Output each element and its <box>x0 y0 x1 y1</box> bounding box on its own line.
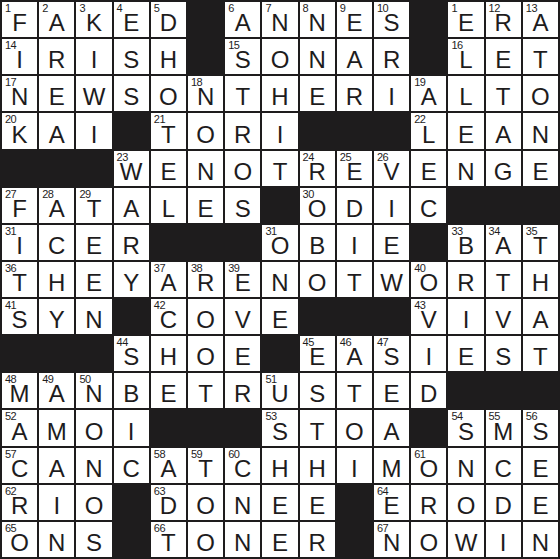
letter-cell[interactable]: R <box>300 522 335 557</box>
letter-cell[interactable]: 67N <box>374 522 409 557</box>
cell-letter: M <box>39 420 74 444</box>
letter-cell[interactable]: 50N <box>76 373 111 408</box>
letter-cell[interactable]: 7N <box>262 2 297 37</box>
letter-cell[interactable]: E <box>151 373 186 408</box>
letter-cell[interactable]: E <box>523 448 558 483</box>
letter-cell[interactable]: 13A <box>523 2 558 37</box>
letter-cell[interactable]: N <box>300 39 335 74</box>
letter-cell[interactable]: R <box>374 39 409 74</box>
cell-letter: C <box>2 457 37 481</box>
cell-letter: L <box>411 123 446 147</box>
cell-letter: N <box>188 85 223 109</box>
cell-letter: N <box>76 457 111 481</box>
letter-cell[interactable]: 64E <box>374 485 409 520</box>
letter-cell[interactable]: C <box>39 225 74 260</box>
cell-letter: D <box>411 382 446 406</box>
letter-cell[interactable]: 43V <box>411 299 446 334</box>
letter-cell[interactable]: I <box>374 76 409 111</box>
letter-cell[interactable]: H <box>523 262 558 297</box>
cell-letter: T <box>188 382 223 406</box>
black-cell <box>225 225 260 260</box>
cell-letter: G <box>486 160 521 184</box>
letter-cell[interactable]: 20K <box>2 113 37 148</box>
cell-letter: S <box>114 48 149 72</box>
cell-letter: E <box>337 160 372 184</box>
letter-cell[interactable]: H <box>151 336 186 371</box>
black-cell <box>151 410 186 445</box>
letter-cell[interactable]: I <box>448 299 483 334</box>
letter-cell[interactable]: T <box>262 151 297 186</box>
letter-cell[interactable]: C <box>486 448 521 483</box>
letter-cell[interactable]: N <box>523 113 558 148</box>
cell-letter: O <box>337 420 372 444</box>
letter-cell[interactable]: E <box>225 336 260 371</box>
cell-letter: R <box>300 531 335 555</box>
letter-cell[interactable]: V <box>225 299 260 334</box>
letter-cell[interactable]: O <box>262 39 297 74</box>
letter-cell[interactable]: I <box>39 485 74 520</box>
letter-cell[interactable]: M <box>39 410 74 445</box>
letter-cell[interactable]: R <box>114 225 149 260</box>
letter-cell[interactable]: S <box>114 76 149 111</box>
crossword-grid: 1F2A3K4E5D6A7N8N9E10S1E12R13A14IRISH15SO… <box>0 0 560 559</box>
letter-cell[interactable]: 66T <box>151 522 186 557</box>
cell-letter: T <box>151 123 186 147</box>
black-cell <box>374 299 409 334</box>
cell-letter: D <box>337 197 372 221</box>
black-cell <box>300 113 335 148</box>
cell-letter: S <box>225 48 260 72</box>
cell-letter: N <box>448 457 483 481</box>
cell-letter: R <box>225 123 260 147</box>
cell-letter: E <box>76 234 111 258</box>
letter-cell[interactable]: D <box>486 485 521 520</box>
letter-cell[interactable]: E <box>374 225 409 260</box>
letter-cell[interactable]: O <box>300 262 335 297</box>
letter-cell[interactable]: 47S <box>374 336 409 371</box>
letter-cell[interactable]: E <box>300 485 335 520</box>
black-cell <box>411 410 446 445</box>
letter-cell[interactable]: E <box>76 262 111 297</box>
cell-letter: A <box>337 48 372 72</box>
letter-cell[interactable]: A <box>523 299 558 334</box>
letter-cell[interactable]: 4E <box>114 2 149 37</box>
cell-letter: B <box>300 234 335 258</box>
cell-letter: V <box>374 160 409 184</box>
letter-cell[interactable]: 36T <box>2 262 37 297</box>
letter-cell[interactable]: E <box>523 151 558 186</box>
cell-letter: E <box>448 11 483 35</box>
letter-cell[interactable]: O <box>151 76 186 111</box>
letter-cell[interactable]: 46A <box>337 336 372 371</box>
cell-letter: O <box>448 494 483 518</box>
cell-letter: A <box>151 271 186 295</box>
letter-cell[interactable]: E <box>188 188 223 223</box>
cell-letter: Y <box>114 271 149 295</box>
cell-letter: A <box>523 11 558 35</box>
letter-cell[interactable]: V <box>486 299 521 334</box>
letter-cell[interactable]: A <box>114 188 149 223</box>
cell-letter: A <box>486 234 521 258</box>
letter-cell[interactable]: I <box>76 39 111 74</box>
letter-cell[interactable]: S <box>114 39 149 74</box>
letter-cell[interactable]: S <box>300 373 335 408</box>
letter-cell[interactable]: E <box>486 39 521 74</box>
letter-cell[interactable]: 21T <box>151 113 186 148</box>
letter-cell[interactable]: M <box>374 448 409 483</box>
letter-cell[interactable]: E <box>151 151 186 186</box>
letter-cell[interactable]: S <box>225 188 260 223</box>
cell-letter: I <box>114 420 149 444</box>
black-cell <box>448 373 483 408</box>
cell-letter: N <box>448 160 483 184</box>
cell-letter: H <box>151 48 186 72</box>
cell-letter: E <box>225 271 260 295</box>
black-cell <box>2 336 37 371</box>
letter-cell[interactable]: I <box>76 113 111 148</box>
cell-letter: R <box>374 48 409 72</box>
cell-letter: E <box>262 494 297 518</box>
cell-letter: B <box>114 382 149 406</box>
letter-cell[interactable]: A <box>39 113 74 148</box>
letter-cell[interactable]: 25E <box>337 151 372 186</box>
letter-cell[interactable]: 39E <box>225 262 260 297</box>
cell-letter: A <box>411 85 446 109</box>
letter-cell[interactable]: T <box>486 76 521 111</box>
letter-cell[interactable]: 53S <box>262 410 297 445</box>
cell-letter: C <box>486 457 521 481</box>
letter-cell[interactable]: 49A <box>39 373 74 408</box>
letter-cell[interactable]: E <box>448 113 483 148</box>
black-cell <box>188 410 223 445</box>
letter-cell[interactable]: I <box>262 113 297 148</box>
cell-letter: O <box>2 531 37 555</box>
letter-cell[interactable]: 42C <box>151 299 186 334</box>
letter-cell[interactable]: 60C <box>225 448 260 483</box>
letter-cell[interactable]: E <box>262 522 297 557</box>
letter-cell[interactable]: 62R <box>2 485 37 520</box>
letter-cell[interactable]: A <box>39 448 74 483</box>
letter-cell[interactable]: 56S <box>523 410 558 445</box>
black-cell <box>337 299 372 334</box>
letter-cell[interactable]: T <box>225 76 260 111</box>
letter-cell[interactable]: W <box>374 262 409 297</box>
letter-cell[interactable]: 15S <box>225 39 260 74</box>
letter-cell[interactable]: R <box>225 373 260 408</box>
letter-cell[interactable]: N <box>39 522 74 557</box>
letter-cell[interactable]: 45E <box>300 336 335 371</box>
letter-cell[interactable]: A <box>374 410 409 445</box>
letter-cell[interactable]: G <box>486 151 521 186</box>
letter-cell[interactable]: 55M <box>486 410 521 445</box>
letter-cell[interactable]: D <box>411 373 446 408</box>
letter-cell[interactable]: O <box>411 522 446 557</box>
letter-cell[interactable]: R <box>337 76 372 111</box>
letter-cell[interactable]: 5D <box>151 2 186 37</box>
cell-letter: T <box>300 420 335 444</box>
black-cell <box>337 522 372 557</box>
cell-letter: S <box>225 197 260 221</box>
cell-letter: E <box>411 160 446 184</box>
letter-cell[interactable]: T <box>523 39 558 74</box>
black-cell <box>151 225 186 260</box>
letter-cell[interactable]: A <box>486 113 521 148</box>
letter-cell[interactable]: 2A <box>39 2 74 37</box>
cell-letter: N <box>262 271 297 295</box>
letter-cell[interactable]: 12R <box>486 2 521 37</box>
cell-letter: B <box>448 234 483 258</box>
letter-cell[interactable]: 8N <box>300 2 335 37</box>
cell-letter: O <box>300 271 335 295</box>
cell-letter: O <box>523 85 558 109</box>
letter-cell[interactable]: 63D <box>151 485 186 520</box>
letter-cell[interactable]: T <box>337 262 372 297</box>
letter-cell[interactable]: O <box>188 113 223 148</box>
cell-letter: A <box>486 123 521 147</box>
cell-letter: I <box>374 197 409 221</box>
letter-cell[interactable]: 31I <box>2 225 37 260</box>
cell-letter: S <box>523 420 558 444</box>
letter-cell[interactable]: R <box>225 113 260 148</box>
cell-letter: E <box>300 345 335 369</box>
cell-letter: E <box>39 85 74 109</box>
letter-cell[interactable]: O <box>188 299 223 334</box>
letter-cell[interactable]: C <box>411 188 446 223</box>
cell-letter: E <box>523 160 558 184</box>
letter-cell[interactable]: H <box>300 448 335 483</box>
letter-cell[interactable]: 24R <box>300 151 335 186</box>
letter-cell[interactable]: N <box>448 151 483 186</box>
cell-letter: O <box>262 48 297 72</box>
cell-letter: N <box>225 494 260 518</box>
letter-cell[interactable]: 3K <box>76 2 111 37</box>
cell-letter: A <box>39 197 74 221</box>
black-cell <box>486 373 521 408</box>
cell-letter: E <box>262 531 297 555</box>
black-cell <box>262 188 297 223</box>
letter-cell[interactable]: R <box>39 39 74 74</box>
letter-cell[interactable]: I <box>114 410 149 445</box>
letter-cell[interactable]: O <box>76 485 111 520</box>
letter-cell[interactable]: B <box>114 373 149 408</box>
cell-letter: O <box>411 531 446 555</box>
letter-cell[interactable]: 59T <box>188 448 223 483</box>
cell-letter: N <box>2 85 37 109</box>
letter-cell[interactable]: B <box>300 225 335 260</box>
cell-letter: O <box>188 531 223 555</box>
letter-cell[interactable]: W <box>76 76 111 111</box>
letter-cell[interactable]: T <box>188 373 223 408</box>
cell-letter: F <box>2 11 37 35</box>
cell-letter: C <box>411 197 446 221</box>
letter-cell[interactable]: 16L <box>448 39 483 74</box>
letter-cell[interactable]: 22L <box>411 113 446 148</box>
letter-cell[interactable]: I <box>337 448 372 483</box>
cell-letter: R <box>2 494 37 518</box>
letter-cell[interactable]: W <box>448 522 483 557</box>
cell-letter: A <box>114 197 149 221</box>
cell-letter: F <box>2 197 37 221</box>
letter-cell[interactable]: 29T <box>76 188 111 223</box>
black-cell <box>76 336 111 371</box>
cell-letter: O <box>225 160 260 184</box>
cell-letter: I <box>2 48 37 72</box>
letter-cell[interactable]: D <box>337 188 372 223</box>
letter-cell[interactable]: E <box>300 76 335 111</box>
cell-letter: N <box>76 382 111 406</box>
cell-letter: L <box>448 85 483 109</box>
cell-letter: C <box>151 308 186 332</box>
letter-cell[interactable]: Y <box>114 262 149 297</box>
letter-cell[interactable]: O <box>76 410 111 445</box>
cell-letter: R <box>448 271 483 295</box>
letter-cell[interactable]: E <box>374 373 409 408</box>
letter-cell[interactable]: Y <box>39 299 74 334</box>
cell-letter: I <box>262 123 297 147</box>
letter-cell[interactable]: H <box>262 448 297 483</box>
letter-cell[interactable]: N <box>76 299 111 334</box>
cell-letter: H <box>523 271 558 295</box>
letter-cell[interactable]: N <box>225 522 260 557</box>
cell-letter: D <box>486 494 521 518</box>
letter-cell[interactable]: O <box>337 410 372 445</box>
letter-cell[interactable]: E <box>76 225 111 260</box>
cell-letter: O <box>188 308 223 332</box>
letter-cell[interactable]: 54S <box>448 410 483 445</box>
letter-cell[interactable]: O <box>188 485 223 520</box>
letter-cell[interactable]: O <box>523 76 558 111</box>
black-cell <box>486 188 521 223</box>
letter-cell[interactable]: S <box>76 522 111 557</box>
letter-cell[interactable]: 57C <box>2 448 37 483</box>
cell-letter: I <box>2 234 37 258</box>
letter-cell[interactable]: 51U <box>262 373 297 408</box>
cell-letter: R <box>300 160 335 184</box>
letter-cell[interactable]: O <box>188 522 223 557</box>
letter-cell[interactable]: 23W <box>114 151 149 186</box>
cell-letter: A <box>523 308 558 332</box>
letter-cell[interactable]: H <box>151 39 186 74</box>
letter-cell[interactable]: 31O <box>262 225 297 260</box>
letter-cell[interactable]: I <box>411 336 446 371</box>
letter-cell[interactable]: 41S <box>2 299 37 334</box>
cell-letter: E <box>300 494 335 518</box>
letter-cell[interactable]: L <box>151 188 186 223</box>
letter-cell[interactable]: 40O <box>411 262 446 297</box>
letter-cell[interactable]: 1E <box>448 2 483 37</box>
letter-cell[interactable]: T <box>486 262 521 297</box>
letter-cell[interactable]: O <box>225 151 260 186</box>
letter-cell[interactable]: 58A <box>151 448 186 483</box>
letter-cell[interactable]: N <box>225 485 260 520</box>
letter-cell[interactable]: T <box>337 373 372 408</box>
cell-letter: S <box>262 420 297 444</box>
letter-cell[interactable]: O <box>188 336 223 371</box>
letter-cell[interactable]: S <box>486 336 521 371</box>
cell-letter: M <box>2 382 37 406</box>
letter-cell[interactable]: 9E <box>337 2 372 37</box>
letter-cell[interactable]: 33B <box>448 225 483 260</box>
cell-letter: M <box>374 457 409 481</box>
letter-cell[interactable]: 37A <box>151 262 186 297</box>
letter-cell[interactable]: 17N <box>2 76 37 111</box>
letter-cell[interactable]: H <box>262 76 297 111</box>
letter-cell[interactable]: E <box>39 76 74 111</box>
letter-cell[interactable]: A <box>337 39 372 74</box>
letter-cell[interactable]: 27F <box>2 188 37 223</box>
cell-letter: A <box>151 457 186 481</box>
letter-cell[interactable]: 34A <box>486 225 521 260</box>
letter-cell[interactable]: 38R <box>188 262 223 297</box>
letter-cell[interactable]: E <box>411 151 446 186</box>
cell-letter: S <box>374 11 409 35</box>
cell-letter: Y <box>39 308 74 332</box>
letter-cell[interactable]: 1F <box>2 2 37 37</box>
letter-cell[interactable]: 26V <box>374 151 409 186</box>
letter-cell[interactable]: 10S <box>374 2 409 37</box>
cell-letter: S <box>300 382 335 406</box>
letter-cell[interactable]: I <box>486 522 521 557</box>
letter-cell[interactable]: L <box>448 76 483 111</box>
cell-letter: E <box>523 494 558 518</box>
letter-cell[interactable]: 18N <box>188 76 223 111</box>
letter-cell[interactable]: E <box>262 485 297 520</box>
cell-letter: O <box>151 85 186 109</box>
letter-cell[interactable]: T <box>523 336 558 371</box>
letter-cell[interactable]: I <box>337 225 372 260</box>
black-cell <box>411 225 446 260</box>
letter-cell[interactable]: 65O <box>2 522 37 557</box>
letter-cell[interactable]: 35T <box>523 225 558 260</box>
letter-cell[interactable]: 14I <box>2 39 37 74</box>
letter-cell[interactable]: 19A <box>411 76 446 111</box>
cell-letter: E <box>523 457 558 481</box>
cell-letter: I <box>76 123 111 147</box>
letter-cell[interactable]: O <box>448 485 483 520</box>
cell-letter: C <box>225 457 260 481</box>
letter-cell[interactable]: N <box>76 448 111 483</box>
letter-cell[interactable]: R <box>411 485 446 520</box>
cell-letter: I <box>374 85 409 109</box>
black-cell <box>188 225 223 260</box>
letter-cell[interactable]: 48M <box>2 373 37 408</box>
letter-cell[interactable]: I <box>374 188 409 223</box>
letter-cell[interactable]: N <box>523 522 558 557</box>
letter-cell[interactable]: C <box>114 448 149 483</box>
letter-cell[interactable]: E <box>262 299 297 334</box>
letter-cell[interactable]: 6A <box>225 2 260 37</box>
cell-letter: E <box>151 160 186 184</box>
letter-cell[interactable]: E <box>523 485 558 520</box>
letter-cell[interactable]: 61O <box>411 448 446 483</box>
cell-letter: E <box>151 382 186 406</box>
letter-cell[interactable]: R <box>448 262 483 297</box>
letter-cell[interactable]: 52A <box>2 410 37 445</box>
letter-cell[interactable]: 28A <box>39 188 74 223</box>
letter-cell[interactable]: N <box>188 151 223 186</box>
letter-cell[interactable]: 30O <box>300 188 335 223</box>
letter-cell[interactable]: 44S <box>114 336 149 371</box>
letter-cell[interactable]: H <box>39 262 74 297</box>
letter-cell[interactable]: T <box>300 410 335 445</box>
letter-cell[interactable]: N <box>262 262 297 297</box>
cell-letter: A <box>39 457 74 481</box>
letter-cell[interactable]: E <box>448 336 483 371</box>
cell-letter: T <box>225 85 260 109</box>
cell-letter: O <box>76 494 111 518</box>
letter-cell[interactable]: N <box>448 448 483 483</box>
cell-letter: S <box>76 531 111 555</box>
